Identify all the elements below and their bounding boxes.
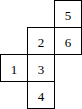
net-face-2: 2 xyxy=(27,27,55,55)
net-face-5: 5 xyxy=(54,0,82,28)
cube-net-board: 5 2 6 1 3 4 xyxy=(0,0,82,109)
net-face-6: 6 xyxy=(54,27,82,55)
net-face-3: 3 xyxy=(27,54,55,82)
net-face-1: 1 xyxy=(0,54,28,82)
net-face-4: 4 xyxy=(27,81,55,109)
